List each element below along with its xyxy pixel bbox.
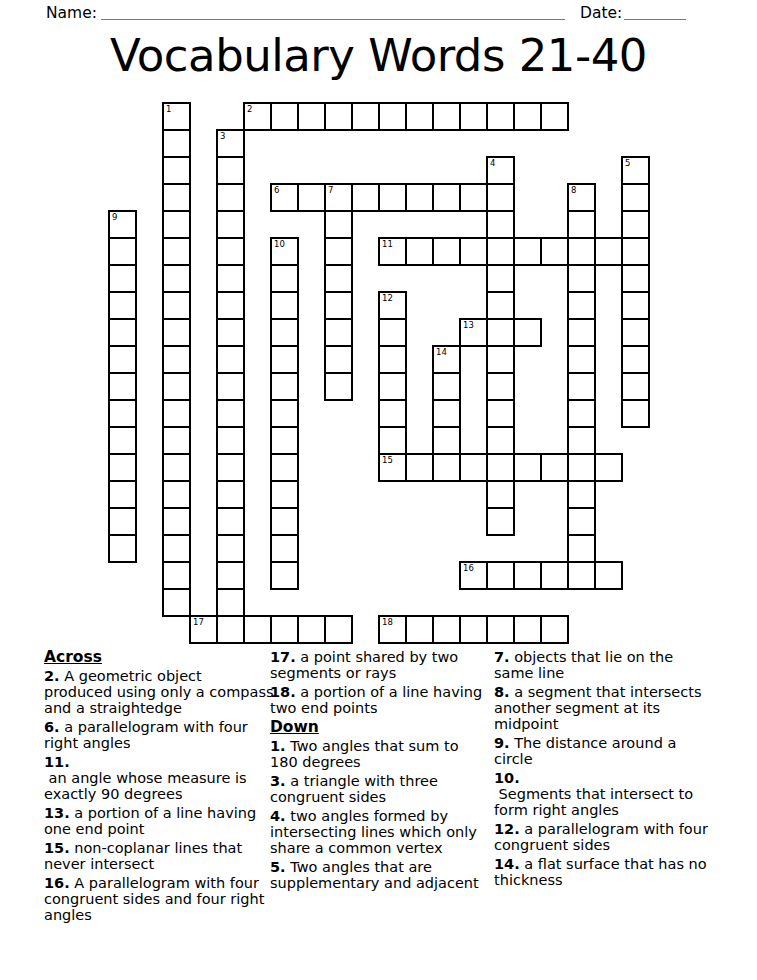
grid-cell-r10c19[interactable] xyxy=(621,372,650,401)
clue-across-15: 15. non-coplanar lines that never inters… xyxy=(44,840,270,872)
clue-number: 12. xyxy=(494,821,520,837)
clue-across-2: 2. A geometric object produced using onl… xyxy=(44,668,270,716)
grid-cell-r5c12[interactable] xyxy=(432,237,461,266)
grid-cell-r2c14[interactable]: 4 xyxy=(486,156,515,185)
grid-cell-r9c19[interactable] xyxy=(621,345,650,374)
grid-cell-r6c2[interactable] xyxy=(162,264,191,293)
grid-cell-r19c12[interactable] xyxy=(432,615,461,644)
cell-number-11: 11 xyxy=(382,240,393,249)
grid-cell-r17c18[interactable] xyxy=(594,561,623,590)
grid-cell-r8c2[interactable] xyxy=(162,318,191,347)
grid-cell-r16c17[interactable] xyxy=(567,534,596,563)
grid-cell-r16c4[interactable] xyxy=(216,534,245,563)
clue-text: a triangle with three congruent sides xyxy=(270,773,438,805)
grid-cell-r19c10[interactable]: 18 xyxy=(378,615,407,644)
grid-cell-r0c8[interactable] xyxy=(324,102,353,131)
grid-cell-r3c7[interactable] xyxy=(297,183,326,212)
cell-number-12: 12 xyxy=(382,294,393,303)
grid-cell-r0c7[interactable] xyxy=(297,102,326,131)
grid-cell-r2c2[interactable] xyxy=(162,156,191,185)
grid-cell-r5c0[interactable] xyxy=(108,237,137,266)
grid-cell-r9c0[interactable] xyxy=(108,345,137,374)
grid-cell-r16c2[interactable] xyxy=(162,534,191,563)
grid-cell-r3c14[interactable] xyxy=(486,183,515,212)
grid-cell-r17c4[interactable] xyxy=(216,561,245,590)
cell-number-16: 16 xyxy=(463,564,474,573)
clue-text: a parallelogram with four right angles xyxy=(44,719,248,751)
grid-cell-r11c2[interactable] xyxy=(162,399,191,428)
grid-cell-r6c17[interactable] xyxy=(567,264,596,293)
clue-down-4: 4. two angles formed by intersecting lin… xyxy=(270,808,492,856)
clue-text: a portion of a line having one end point xyxy=(44,805,256,837)
grid-cell-r9c2[interactable] xyxy=(162,345,191,374)
page-title: Vocabulary Words 21-40 xyxy=(0,33,757,78)
grid-cell-r10c6[interactable] xyxy=(270,372,299,401)
grid-cell-r10c12[interactable] xyxy=(432,372,461,401)
grid-cell-r8c4[interactable] xyxy=(216,318,245,347)
clue-text: non-coplanar lines that never intersect xyxy=(44,840,242,872)
grid-cell-r5c17[interactable] xyxy=(567,237,596,266)
grid-cell-r13c12[interactable] xyxy=(432,453,461,482)
grid-cell-r4c0[interactable]: 9 xyxy=(108,210,137,239)
grid-cell-r19c3[interactable]: 17 xyxy=(189,615,218,644)
cell-number-13: 13 xyxy=(463,321,474,330)
grid-cell-r3c12[interactable] xyxy=(432,183,461,212)
grid-cell-r3c8[interactable]: 7 xyxy=(324,183,353,212)
cell-number-4: 4 xyxy=(490,159,495,168)
grid-cell-r12c2[interactable] xyxy=(162,426,191,455)
grid-cell-r6c14[interactable] xyxy=(486,264,515,293)
grid-cell-r18c2[interactable] xyxy=(162,588,191,617)
grid-cell-r17c15[interactable] xyxy=(513,561,542,590)
clue-text: The distance around a circle xyxy=(494,735,676,767)
cell-number-15: 15 xyxy=(382,456,393,465)
grid-cell-r5c15[interactable] xyxy=(513,237,542,266)
grid-cell-r9c4[interactable] xyxy=(216,345,245,374)
clue-text: an angle whose measure is exactly 90 deg… xyxy=(44,770,247,802)
grid-cell-r0c14[interactable] xyxy=(486,102,515,131)
clue-down-7: 7. objects that lie on the same line xyxy=(494,649,716,681)
clue-down-9: 9. The distance around a circle xyxy=(494,735,716,767)
grid-cell-r9c8[interactable] xyxy=(324,345,353,374)
grid-cell-r12c0[interactable] xyxy=(108,426,137,455)
grid-cell-r5c6[interactable]: 10 xyxy=(270,237,299,266)
clue-text: objects that lie on the same line xyxy=(494,649,673,681)
grid-cell-r11c17[interactable] xyxy=(567,399,596,428)
grid-cell-r6c0[interactable] xyxy=(108,264,137,293)
clue-number: 1. xyxy=(270,738,286,754)
grid-cell-r12c17[interactable] xyxy=(567,426,596,455)
clue-number: 15. xyxy=(44,840,70,856)
grid-cell-r10c17[interactable] xyxy=(567,372,596,401)
grid-cell-r19c6[interactable] xyxy=(270,615,299,644)
cell-number-18: 18 xyxy=(382,618,393,627)
grid-cell-r5c19[interactable] xyxy=(621,237,650,266)
cell-number-7: 7 xyxy=(328,186,333,195)
clue-across-18: 18. a portion of a line having two end p… xyxy=(270,684,492,716)
grid-cell-r11c6[interactable] xyxy=(270,399,299,428)
grid-cell-r14c2[interactable] xyxy=(162,480,191,509)
clue-text: A geometric object produced using only a… xyxy=(44,668,274,716)
grid-cell-r4c2[interactable] xyxy=(162,210,191,239)
cell-number-1: 1 xyxy=(166,105,171,114)
grid-cell-r16c6[interactable] xyxy=(270,534,299,563)
grid-cell-r3c10[interactable] xyxy=(378,183,407,212)
grid-cell-r5c18[interactable] xyxy=(594,237,623,266)
grid-cell-r3c17[interactable]: 8 xyxy=(567,183,596,212)
grid-cell-r7c14[interactable] xyxy=(486,291,515,320)
grid-cell-r11c19[interactable] xyxy=(621,399,650,428)
clue-down-8: 8. a segment that intersects another seg… xyxy=(494,684,716,732)
grid-cell-r11c14[interactable] xyxy=(486,399,515,428)
clue-down-1: 1. Two angles that sum to 180 degrees xyxy=(270,738,492,770)
grid-cell-r19c8[interactable] xyxy=(324,615,353,644)
grid-cell-r19c5[interactable] xyxy=(243,615,272,644)
grid-cell-r5c8[interactable] xyxy=(324,237,353,266)
grid-cell-r0c12[interactable] xyxy=(432,102,461,131)
grid-cell-r4c17[interactable] xyxy=(567,210,596,239)
grid-cell-r15c0[interactable] xyxy=(108,507,137,536)
clue-number: 2. xyxy=(44,668,60,684)
grid-cell-r16c0[interactable] xyxy=(108,534,137,563)
grid-cell-r13c11[interactable] xyxy=(405,453,434,482)
clue-down-12: 12. a parallelogram with four congruent … xyxy=(494,821,716,853)
grid-cell-r17c13[interactable]: 16 xyxy=(459,561,488,590)
grid-cell-r8c6[interactable] xyxy=(270,318,299,347)
grid-cell-r6c8[interactable] xyxy=(324,264,353,293)
grid-cell-r0c11[interactable] xyxy=(405,102,434,131)
grid-cell-r8c17[interactable] xyxy=(567,318,596,347)
clue-number: 14. xyxy=(494,856,520,872)
grid-cell-r5c16[interactable] xyxy=(540,237,569,266)
grid-cell-r9c10[interactable] xyxy=(378,345,407,374)
grid-cell-r10c10[interactable] xyxy=(378,372,407,401)
grid-cell-r8c0[interactable] xyxy=(108,318,137,347)
grid-cell-r12c6[interactable] xyxy=(270,426,299,455)
clue-number: 3. xyxy=(270,773,286,789)
grid-cell-r0c6[interactable] xyxy=(270,102,299,131)
clue-text: a parallelogram with four congruent side… xyxy=(494,821,708,853)
grid-cell-r14c6[interactable] xyxy=(270,480,299,509)
cell-number-8: 8 xyxy=(571,186,576,195)
clue-text: a flat surface that has no thickness xyxy=(494,856,707,888)
grid-cell-r19c15[interactable] xyxy=(513,615,542,644)
grid-cell-r13c6[interactable] xyxy=(270,453,299,482)
grid-cell-r13c4[interactable] xyxy=(216,453,245,482)
grid-cell-r8c14[interactable] xyxy=(486,318,515,347)
grid-cell-r0c5[interactable]: 2 xyxy=(243,102,272,131)
grid-cell-r12c4[interactable] xyxy=(216,426,245,455)
grid-cell-r17c14[interactable] xyxy=(486,561,515,590)
grid-cell-r3c9[interactable] xyxy=(351,183,380,212)
grid-cell-r3c13[interactable] xyxy=(459,183,488,212)
grid-cell-r6c4[interactable] xyxy=(216,264,245,293)
clue-column-3: 7. objects that lie on the same line8. a… xyxy=(494,649,716,891)
grid-cell-r19c7[interactable] xyxy=(297,615,326,644)
clue-text: Two angles that sum to 180 degrees xyxy=(270,738,459,770)
name-fill-line[interactable] xyxy=(101,19,565,20)
grid-cell-r19c13[interactable] xyxy=(459,615,488,644)
grid-cell-r2c4[interactable] xyxy=(216,156,245,185)
grid-cell-r14c0[interactable] xyxy=(108,480,137,509)
grid-cell-r11c0[interactable] xyxy=(108,399,137,428)
clue-across-6: 6. a parallelogram with four right angle… xyxy=(44,719,270,751)
grid-cell-r5c13[interactable] xyxy=(459,237,488,266)
clue-number: 13. xyxy=(44,805,70,821)
clue-number: 4. xyxy=(270,808,286,824)
grid-cell-r0c9[interactable] xyxy=(351,102,380,131)
grid-cell-r7c2[interactable] xyxy=(162,291,191,320)
grid-cell-r4c4[interactable] xyxy=(216,210,245,239)
grid-cell-r15c2[interactable] xyxy=(162,507,191,536)
grid-cell-r7c10[interactable]: 12 xyxy=(378,291,407,320)
grid-cell-r11c10[interactable] xyxy=(378,399,407,428)
grid-cell-r10c14[interactable] xyxy=(486,372,515,401)
grid-cell-r10c4[interactable] xyxy=(216,372,245,401)
grid-cell-r3c11[interactable] xyxy=(405,183,434,212)
across-heading: Across xyxy=(44,649,270,665)
grid-cell-r5c10[interactable]: 11 xyxy=(378,237,407,266)
grid-cell-r3c4[interactable] xyxy=(216,183,245,212)
grid-cell-r17c2[interactable] xyxy=(162,561,191,590)
grid-cell-r12c10[interactable] xyxy=(378,426,407,455)
grid-cell-r7c19[interactable] xyxy=(621,291,650,320)
clue-across-16: 16. A parallelogram with four congruent … xyxy=(44,875,270,923)
grid-cell-r7c0[interactable] xyxy=(108,291,137,320)
grid-cell-r19c11[interactable] xyxy=(405,615,434,644)
grid-cell-r9c12[interactable]: 14 xyxy=(432,345,461,374)
clue-number: 17. xyxy=(270,649,296,665)
grid-cell-r4c8[interactable] xyxy=(324,210,353,239)
grid-cell-r0c16[interactable] xyxy=(540,102,569,131)
grid-cell-r5c4[interactable] xyxy=(216,237,245,266)
grid-cell-r0c15[interactable] xyxy=(513,102,542,131)
grid-cell-r10c0[interactable] xyxy=(108,372,137,401)
clue-down-14: 14. a flat surface that has no thickness xyxy=(494,856,716,888)
grid-cell-r0c10[interactable] xyxy=(378,102,407,131)
grid-cell-r10c8[interactable] xyxy=(324,372,353,401)
grid-cell-r17c6[interactable] xyxy=(270,561,299,590)
grid-cell-r10c2[interactable] xyxy=(162,372,191,401)
grid-cell-r11c4[interactable] xyxy=(216,399,245,428)
clue-number: 18. xyxy=(270,684,296,700)
grid-cell-r8c19[interactable] xyxy=(621,318,650,347)
grid-cell-r5c11[interactable] xyxy=(405,237,434,266)
grid-cell-r15c14[interactable] xyxy=(486,507,515,536)
cell-number-17: 17 xyxy=(193,618,204,627)
clue-number: 16. xyxy=(44,875,70,891)
grid-cell-r13c13[interactable] xyxy=(459,453,488,482)
grid-cell-r18c4[interactable] xyxy=(216,588,245,617)
cell-number-6: 6 xyxy=(274,186,279,195)
grid-cell-r8c15[interactable] xyxy=(513,318,542,347)
clue-number: 11. xyxy=(44,754,70,770)
clue-text: Two angles that are supplementary and ad… xyxy=(270,859,479,891)
clue-text: A parallelogram with four congruent side… xyxy=(44,875,264,923)
grid-cell-r6c19[interactable] xyxy=(621,264,650,293)
grid-cell-r11c12[interactable] xyxy=(432,399,461,428)
grid-cell-r12c14[interactable] xyxy=(486,426,515,455)
grid-cell-r13c15[interactable] xyxy=(513,453,542,482)
clue-text: a segment that intersects another segmen… xyxy=(494,684,701,732)
grid-cell-r8c10[interactable] xyxy=(378,318,407,347)
clue-across-11: 11. an angle whose measure is exactly 90… xyxy=(44,754,270,802)
clue-number: 7. xyxy=(494,649,510,665)
grid-cell-r17c16[interactable] xyxy=(540,561,569,590)
grid-cell-r0c13[interactable] xyxy=(459,102,488,131)
grid-cell-r3c19[interactable] xyxy=(621,183,650,212)
grid-cell-r17c17[interactable] xyxy=(567,561,596,590)
clue-across-13: 13. a portion of a line having one end p… xyxy=(44,805,270,837)
clue-text: a point shared by two segments or rays xyxy=(270,649,458,681)
grid-cell-r14c4[interactable] xyxy=(216,480,245,509)
grid-cell-r19c14[interactable] xyxy=(486,615,515,644)
clue-down-10: 10. Segments that intersect to form righ… xyxy=(494,770,716,818)
date-label: Date: xyxy=(580,4,622,22)
grid-cell-r7c6[interactable] xyxy=(270,291,299,320)
grid-cell-r7c8[interactable] xyxy=(324,291,353,320)
date-fill-line[interactable] xyxy=(624,19,686,20)
grid-cell-r14c17[interactable] xyxy=(567,480,596,509)
clue-across-17: 17. a point shared by two segments or ra… xyxy=(270,649,492,681)
clue-column-1: Across2. A geometric object produced usi… xyxy=(44,649,270,926)
cell-number-14: 14 xyxy=(436,348,447,357)
cell-number-9: 9 xyxy=(112,213,117,222)
grid-cell-r9c6[interactable] xyxy=(270,345,299,374)
grid-cell-r3c6[interactable]: 6 xyxy=(270,183,299,212)
grid-cell-r5c2[interactable] xyxy=(162,237,191,266)
grid-cell-r13c16[interactable] xyxy=(540,453,569,482)
grid-cell-r1c2[interactable] xyxy=(162,129,191,158)
grid-cell-r19c16[interactable] xyxy=(540,615,569,644)
clue-number: 8. xyxy=(494,684,510,700)
down-heading: Down xyxy=(270,719,492,735)
cell-number-10: 10 xyxy=(274,240,285,249)
cell-number-3: 3 xyxy=(220,132,225,141)
grid-cell-r7c17[interactable] xyxy=(567,291,596,320)
clue-down-3: 3. a triangle with three congruent sides xyxy=(270,773,492,805)
clue-text: a portion of a line having two end point… xyxy=(270,684,482,716)
grid-cell-r4c14[interactable] xyxy=(486,210,515,239)
grid-cell-r13c14[interactable] xyxy=(486,453,515,482)
grid-cell-r9c17[interactable] xyxy=(567,345,596,374)
clue-down-5: 5. Two angles that are supplementary and… xyxy=(270,859,492,891)
grid-cell-r1c4[interactable]: 3 xyxy=(216,129,245,158)
grid-cell-r6c6[interactable] xyxy=(270,264,299,293)
grid-cell-r5c14[interactable] xyxy=(486,237,515,266)
grid-cell-r3c2[interactable] xyxy=(162,183,191,212)
clue-number: 9. xyxy=(494,735,510,751)
grid-cell-r13c10[interactable]: 15 xyxy=(378,453,407,482)
grid-cell-r8c8[interactable] xyxy=(324,318,353,347)
clue-number: 6. xyxy=(44,719,60,735)
grid-cell-r15c17[interactable] xyxy=(567,507,596,536)
grid-cell-r7c4[interactable] xyxy=(216,291,245,320)
grid-cell-r15c4[interactable] xyxy=(216,507,245,536)
grid-cell-r0c2[interactable]: 1 xyxy=(162,102,191,131)
clue-text: two angles formed by intersecting lines … xyxy=(270,808,477,856)
name-label: Name: xyxy=(46,4,97,22)
grid-cell-r19c4[interactable] xyxy=(216,615,245,644)
clue-column-2: 17. a point shared by two segments or ra… xyxy=(270,649,492,894)
grid-cell-r13c18[interactable] xyxy=(594,453,623,482)
grid-cell-r13c0[interactable] xyxy=(108,453,137,482)
grid-cell-r15c6[interactable] xyxy=(270,507,299,536)
grid-cell-r14c14[interactable] xyxy=(486,480,515,509)
clue-text: Segments that intersect to form right an… xyxy=(494,786,693,818)
grid-cell-r13c17[interactable] xyxy=(567,453,596,482)
cell-number-2: 2 xyxy=(247,105,252,114)
grid-cell-r12c12[interactable] xyxy=(432,426,461,455)
grid-cell-r8c13[interactable]: 13 xyxy=(459,318,488,347)
clue-number: 5. xyxy=(270,859,286,875)
clue-number: 10. xyxy=(494,770,520,786)
grid-cell-r2c19[interactable]: 5 xyxy=(621,156,650,185)
grid-cell-r4c19[interactable] xyxy=(621,210,650,239)
grid-cell-r9c14[interactable] xyxy=(486,345,515,374)
cell-number-5: 5 xyxy=(625,159,630,168)
grid-cell-r13c2[interactable] xyxy=(162,453,191,482)
crossword-grid: 123456789101112131415161718 xyxy=(108,102,652,646)
